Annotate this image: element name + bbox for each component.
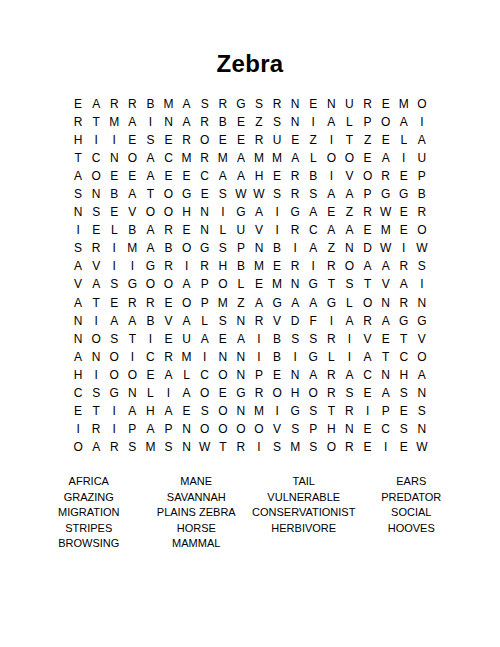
grid-cell[interactable]: R [105, 438, 123, 456]
grid-cell[interactable]: B [304, 167, 322, 185]
grid-cell[interactable]: S [214, 312, 232, 330]
grid-cell[interactable]: L [340, 294, 358, 312]
grid-cell[interactable]: R [159, 348, 177, 366]
grid-cell[interactable]: V [413, 330, 431, 348]
grid-cell[interactable]: A [178, 275, 196, 293]
grid-cell[interactable]: O [214, 420, 232, 438]
grid-cell[interactable]: I [413, 113, 431, 131]
grid-cell[interactable]: S [87, 384, 105, 402]
grid-cell[interactable]: N [322, 95, 340, 113]
grid-cell[interactable]: I [178, 257, 196, 275]
grid-cell[interactable]: S [159, 438, 177, 456]
grid-cell[interactable]: A [377, 257, 395, 275]
grid-cell[interactable]: L [232, 275, 250, 293]
grid-cell[interactable]: S [413, 257, 431, 275]
grid-cell[interactable]: R [395, 257, 413, 275]
grid-cell[interactable]: N [377, 294, 395, 312]
grid-cell[interactable]: A [141, 239, 159, 257]
grid-cell[interactable]: P [196, 294, 214, 312]
grid-cell[interactable]: E [178, 167, 196, 185]
grid-cell[interactable]: H [69, 366, 87, 384]
grid-cell[interactable]: E [123, 131, 141, 149]
grid-cell[interactable]: M [268, 275, 286, 293]
grid-cell[interactable]: A [141, 149, 159, 167]
grid-cell[interactable]: M [214, 149, 232, 167]
grid-cell[interactable]: T [322, 275, 340, 293]
grid-cell[interactable]: N [413, 420, 431, 438]
grid-cell[interactable]: P [196, 275, 214, 293]
grid-cell[interactable]: S [69, 239, 87, 257]
grid-cell[interactable]: T [87, 294, 105, 312]
grid-cell[interactable]: A [159, 402, 177, 420]
grid-cell[interactable]: O [196, 131, 214, 149]
grid-cell[interactable]: O [322, 149, 340, 167]
grid-cell[interactable]: G [286, 402, 304, 420]
grid-cell[interactable]: L [214, 221, 232, 239]
grid-cell[interactable]: I [123, 348, 141, 366]
grid-cell[interactable]: S [268, 113, 286, 131]
grid-cell[interactable]: R [395, 294, 413, 312]
grid-cell[interactable]: E [395, 203, 413, 221]
grid-cell[interactable]: T [87, 113, 105, 131]
grid-cell[interactable]: N [250, 239, 268, 257]
grid-cell[interactable]: F [304, 312, 322, 330]
grid-cell[interactable]: P [232, 239, 250, 257]
grid-cell[interactable]: B [159, 239, 177, 257]
grid-cell[interactable]: R [377, 167, 395, 185]
grid-cell[interactable]: N [340, 420, 358, 438]
grid-cell[interactable]: R [87, 420, 105, 438]
grid-cell[interactable]: I [286, 239, 304, 257]
grid-cell[interactable]: A [178, 384, 196, 402]
grid-cell[interactable]: O [196, 384, 214, 402]
grid-cell[interactable]: O [377, 113, 395, 131]
grid-cell[interactable]: I [340, 330, 358, 348]
grid-cell[interactable]: N [196, 203, 214, 221]
grid-cell[interactable]: E [214, 384, 232, 402]
grid-cell[interactable]: N [286, 275, 304, 293]
grid-cell[interactable]: B [141, 312, 159, 330]
grid-cell[interactable]: I [87, 131, 105, 149]
grid-cell[interactable]: G [196, 239, 214, 257]
grid-cell[interactable]: S [304, 185, 322, 203]
grid-cell[interactable]: R [322, 257, 340, 275]
grid-cell[interactable]: O [268, 384, 286, 402]
grid-cell[interactable]: A [304, 294, 322, 312]
grid-cell[interactable]: W [250, 185, 268, 203]
grid-cell[interactable]: O [123, 149, 141, 167]
grid-cell[interactable]: S [340, 275, 358, 293]
grid-cell[interactable]: Z [322, 239, 340, 257]
grid-cell[interactable]: R [141, 294, 159, 312]
grid-cell[interactable]: V [268, 312, 286, 330]
grid-cell[interactable]: A [359, 348, 377, 366]
grid-cell[interactable]: P [123, 420, 141, 438]
grid-cell[interactable]: R [105, 95, 123, 113]
grid-cell[interactable]: R [359, 95, 377, 113]
grid-cell[interactable]: A [340, 366, 358, 384]
grid-cell[interactable]: A [395, 113, 413, 131]
grid-cell[interactable]: L [196, 312, 214, 330]
grid-cell[interactable]: B [268, 348, 286, 366]
grid-cell[interactable]: C [196, 167, 214, 185]
grid-cell[interactable]: C [87, 149, 105, 167]
grid-cell[interactable]: G [286, 203, 304, 221]
grid-cell[interactable]: V [250, 221, 268, 239]
grid-cell[interactable]: C [377, 420, 395, 438]
grid-cell[interactable]: E [178, 221, 196, 239]
grid-cell[interactable]: A [178, 95, 196, 113]
grid-cell[interactable]: A [87, 95, 105, 113]
grid-cell[interactable]: A [123, 113, 141, 131]
grid-cell[interactable]: O [105, 348, 123, 366]
grid-cell[interactable]: N [178, 420, 196, 438]
grid-cell[interactable]: A [340, 221, 358, 239]
grid-cell[interactable]: E [69, 402, 87, 420]
grid-cell[interactable]: I [105, 420, 123, 438]
grid-cell[interactable]: O [159, 203, 177, 221]
grid-cell[interactable]: A [304, 203, 322, 221]
grid-cell[interactable]: G [232, 95, 250, 113]
grid-cell[interactable]: I [69, 420, 87, 438]
grid-cell[interactable]: V [159, 312, 177, 330]
grid-cell[interactable]: B [105, 185, 123, 203]
grid-cell[interactable]: I [105, 257, 123, 275]
grid-cell[interactable]: I [268, 402, 286, 420]
grid-cell[interactable]: A [123, 402, 141, 420]
grid-cell[interactable]: M [250, 149, 268, 167]
grid-cell[interactable]: W [413, 239, 431, 257]
grid-cell[interactable]: A [250, 203, 268, 221]
grid-cell[interactable]: S [286, 420, 304, 438]
grid-cell[interactable]: I [322, 312, 340, 330]
grid-cell[interactable]: A [232, 167, 250, 185]
grid-cell[interactable]: S [123, 438, 141, 456]
grid-cell[interactable]: I [141, 113, 159, 131]
grid-cell[interactable]: N [178, 438, 196, 456]
grid-cell[interactable]: M [178, 348, 196, 366]
grid-cell[interactable]: O [69, 438, 87, 456]
grid-cell[interactable]: S [304, 402, 322, 420]
grid-cell[interactable]: R [322, 366, 340, 384]
grid-cell[interactable]: W [377, 239, 395, 257]
grid-cell[interactable]: E [214, 131, 232, 149]
grid-cell[interactable]: Z [250, 113, 268, 131]
grid-cell[interactable]: I [141, 330, 159, 348]
grid-cell[interactable]: O [123, 366, 141, 384]
grid-cell[interactable]: I [123, 257, 141, 275]
grid-cell[interactable]: P [250, 366, 268, 384]
grid-cell[interactable]: O [214, 402, 232, 420]
grid-cell[interactable]: N [87, 185, 105, 203]
grid-cell[interactable]: L [322, 348, 340, 366]
grid-cell[interactable]: R [159, 221, 177, 239]
grid-cell[interactable]: M [377, 221, 395, 239]
grid-cell[interactable]: T [123, 330, 141, 348]
grid-cell[interactable]: E [286, 131, 304, 149]
grid-cell[interactable]: S [214, 239, 232, 257]
grid-cell[interactable]: A [286, 149, 304, 167]
grid-cell[interactable]: A [286, 294, 304, 312]
grid-cell[interactable]: S [413, 402, 431, 420]
grid-cell[interactable]: R [250, 384, 268, 402]
grid-cell[interactable]: N [413, 294, 431, 312]
grid-cell[interactable]: T [87, 402, 105, 420]
grid-cell[interactable]: R [123, 95, 141, 113]
grid-cell[interactable]: A [159, 366, 177, 384]
grid-cell[interactable]: H [395, 366, 413, 384]
grid-cell[interactable]: V [123, 203, 141, 221]
grid-cell[interactable]: I [340, 348, 358, 366]
grid-cell[interactable]: C [69, 384, 87, 402]
grid-cell[interactable]: U [178, 330, 196, 348]
grid-cell[interactable]: O [87, 330, 105, 348]
grid-cell[interactable]: I [214, 203, 232, 221]
grid-cell[interactable]: A [69, 294, 87, 312]
grid-cell[interactable]: E [395, 167, 413, 185]
grid-cell[interactable]: O [359, 167, 377, 185]
grid-cell[interactable]: C [141, 348, 159, 366]
grid-cell[interactable]: O [232, 420, 250, 438]
grid-cell[interactable]: O [178, 294, 196, 312]
grid-cell[interactable]: U [268, 131, 286, 149]
grid-cell[interactable]: O [359, 294, 377, 312]
grid-cell[interactable]: B [141, 95, 159, 113]
grid-cell[interactable]: D [359, 239, 377, 257]
grid-cell[interactable]: A [123, 312, 141, 330]
grid-cell[interactable]: Z [232, 294, 250, 312]
grid-cell[interactable]: C [359, 366, 377, 384]
grid-cell[interactable]: A [69, 257, 87, 275]
grid-cell[interactable]: H [286, 384, 304, 402]
grid-cell[interactable]: I [395, 149, 413, 167]
grid-cell[interactable]: P [159, 420, 177, 438]
grid-cell[interactable]: A [69, 348, 87, 366]
grid-cell[interactable]: R [359, 203, 377, 221]
grid-cell[interactable]: R [359, 312, 377, 330]
grid-cell[interactable]: R [322, 330, 340, 348]
grid-cell[interactable]: R [178, 131, 196, 149]
grid-cell[interactable]: O [141, 203, 159, 221]
grid-cell[interactable]: I [413, 275, 431, 293]
grid-cell[interactable]: I [87, 312, 105, 330]
grid-cell[interactable]: R [69, 113, 87, 131]
grid-cell[interactable]: A [340, 185, 358, 203]
grid-cell[interactable]: R [340, 402, 358, 420]
grid-cell[interactable]: C [304, 221, 322, 239]
grid-cell[interactable]: O [141, 275, 159, 293]
grid-cell[interactable]: G [395, 185, 413, 203]
grid-cell[interactable]: M [105, 113, 123, 131]
grid-cell[interactable]: A [395, 275, 413, 293]
grid-cell[interactable]: R [322, 384, 340, 402]
grid-cell[interactable]: V [69, 275, 87, 293]
grid-cell[interactable]: R [196, 257, 214, 275]
grid-cell[interactable]: E [395, 438, 413, 456]
grid-cell[interactable]: S [250, 95, 268, 113]
grid-cell[interactable]: N [69, 203, 87, 221]
grid-cell[interactable]: G [377, 185, 395, 203]
grid-cell[interactable]: M [178, 149, 196, 167]
grid-cell[interactable]: E [196, 185, 214, 203]
grid-cell[interactable]: S [268, 185, 286, 203]
grid-cell[interactable]: O [340, 257, 358, 275]
grid-cell[interactable]: E [304, 95, 322, 113]
grid-cell[interactable]: O [214, 275, 232, 293]
grid-cell[interactable]: C [395, 348, 413, 366]
grid-cell[interactable]: E [359, 384, 377, 402]
grid-cell[interactable]: I [268, 221, 286, 239]
grid-cell[interactable]: S [141, 131, 159, 149]
grid-cell[interactable]: S [395, 384, 413, 402]
grid-cell[interactable]: P [359, 185, 377, 203]
grid-cell[interactable]: M [141, 438, 159, 456]
grid-cell[interactable]: T [340, 131, 358, 149]
grid-cell[interactable]: B [232, 257, 250, 275]
grid-cell[interactable]: O [159, 275, 177, 293]
grid-cell[interactable]: C [196, 366, 214, 384]
grid-cell[interactable]: A [250, 294, 268, 312]
grid-cell[interactable]: I [105, 239, 123, 257]
grid-cell[interactable]: N [232, 348, 250, 366]
grid-cell[interactable]: H [178, 203, 196, 221]
grid-cell[interactable]: T [359, 275, 377, 293]
grid-cell[interactable]: I [359, 402, 377, 420]
grid-cell[interactable]: E [359, 438, 377, 456]
grid-cell[interactable]: E [105, 167, 123, 185]
grid-cell[interactable]: E [377, 95, 395, 113]
grid-cell[interactable]: R [87, 239, 105, 257]
grid-cell[interactable]: V [377, 275, 395, 293]
grid-cell[interactable]: Z [359, 131, 377, 149]
grid-cell[interactable]: E [87, 221, 105, 239]
grid-cell[interactable]: O [196, 420, 214, 438]
grid-cell[interactable]: T [395, 330, 413, 348]
grid-cell[interactable]: L [395, 131, 413, 149]
grid-cell[interactable]: A [322, 185, 340, 203]
grid-cell[interactable]: R [196, 113, 214, 131]
grid-cell[interactable]: E [178, 402, 196, 420]
grid-cell[interactable]: E [123, 167, 141, 185]
grid-cell[interactable]: O [322, 438, 340, 456]
grid-cell[interactable]: O [214, 366, 232, 384]
grid-cell[interactable]: I [322, 131, 340, 149]
grid-cell[interactable]: A [304, 366, 322, 384]
grid-cell[interactable]: N [340, 239, 358, 257]
grid-cell[interactable]: I [286, 348, 304, 366]
grid-cell[interactable]: A [105, 312, 123, 330]
grid-cell[interactable]: N [232, 366, 250, 384]
grid-cell[interactable]: B [268, 330, 286, 348]
grid-cell[interactable]: I [377, 438, 395, 456]
grid-cell[interactable]: E [268, 366, 286, 384]
grid-cell[interactable]: R [286, 221, 304, 239]
grid-cell[interactable]: A [196, 330, 214, 348]
grid-cell[interactable]: S [214, 185, 232, 203]
grid-cell[interactable]: N [232, 402, 250, 420]
grid-cell[interactable]: A [340, 312, 358, 330]
grid-cell[interactable]: N [413, 384, 431, 402]
grid-cell[interactable]: I [268, 203, 286, 221]
grid-cell[interactable]: A [69, 167, 87, 185]
grid-cell[interactable]: S [268, 438, 286, 456]
grid-cell[interactable]: B [214, 113, 232, 131]
grid-cell[interactable]: Z [304, 131, 322, 149]
grid-cell[interactable]: M [395, 95, 413, 113]
grid-cell[interactable]: G [141, 257, 159, 275]
grid-cell[interactable]: A [87, 275, 105, 293]
grid-cell[interactable]: I [250, 348, 268, 366]
grid-cell[interactable]: E [232, 131, 250, 149]
grid-cell[interactable]: E [159, 330, 177, 348]
grid-cell[interactable]: G [304, 275, 322, 293]
grid-cell[interactable]: A [413, 366, 431, 384]
grid-cell[interactable]: D [286, 312, 304, 330]
grid-cell[interactable]: U [340, 95, 358, 113]
grid-cell[interactable]: V [268, 420, 286, 438]
grid-cell[interactable]: S [304, 438, 322, 456]
grid-cell[interactable]: A [141, 420, 159, 438]
grid-cell[interactable]: R [250, 312, 268, 330]
grid-cell[interactable]: B [413, 185, 431, 203]
grid-cell[interactable]: P [304, 420, 322, 438]
grid-cell[interactable]: R [413, 203, 431, 221]
grid-cell[interactable]: A [322, 113, 340, 131]
grid-cell[interactable]: G [232, 203, 250, 221]
grid-cell[interactable]: T [69, 149, 87, 167]
grid-cell[interactable]: E [250, 275, 268, 293]
grid-cell[interactable]: A [359, 257, 377, 275]
grid-cell[interactable]: H [69, 131, 87, 149]
grid-cell[interactable]: S [304, 330, 322, 348]
grid-cell[interactable]: L [340, 113, 358, 131]
grid-cell[interactable]: E [359, 149, 377, 167]
grid-cell[interactable]: H [250, 167, 268, 185]
grid-cell[interactable]: A [304, 239, 322, 257]
grid-cell[interactable]: N [286, 366, 304, 384]
grid-cell[interactable]: N [286, 113, 304, 131]
grid-cell[interactable]: O [105, 366, 123, 384]
grid-cell[interactable]: G [105, 384, 123, 402]
grid-cell[interactable]: A [141, 167, 159, 185]
grid-cell[interactable]: S [69, 185, 87, 203]
grid-cell[interactable]: W [196, 438, 214, 456]
grid-cell[interactable]: N [196, 221, 214, 239]
grid-cell[interactable]: S [286, 330, 304, 348]
grid-cell[interactable]: Z [340, 203, 358, 221]
grid-cell[interactable]: M [250, 402, 268, 420]
grid-cell[interactable]: G [232, 384, 250, 402]
grid-cell[interactable]: O [159, 185, 177, 203]
grid-cell[interactable]: G [178, 185, 196, 203]
grid-cell[interactable]: O [413, 95, 431, 113]
grid-cell[interactable]: E [359, 221, 377, 239]
grid-cell[interactable]: N [377, 366, 395, 384]
grid-cell[interactable]: R [232, 438, 250, 456]
grid-cell[interactable]: S [87, 203, 105, 221]
grid-cell[interactable]: S [105, 330, 123, 348]
grid-cell[interactable]: E [268, 257, 286, 275]
grid-cell[interactable]: A [123, 185, 141, 203]
grid-cell[interactable]: O [250, 420, 268, 438]
grid-cell[interactable]: N [105, 149, 123, 167]
grid-cell[interactable]: L [141, 384, 159, 402]
grid-cell[interactable]: O [413, 348, 431, 366]
grid-cell[interactable]: U [413, 149, 431, 167]
grid-cell[interactable]: G [268, 294, 286, 312]
grid-cell[interactable]: O [413, 221, 431, 239]
grid-cell[interactable]: V [340, 167, 358, 185]
